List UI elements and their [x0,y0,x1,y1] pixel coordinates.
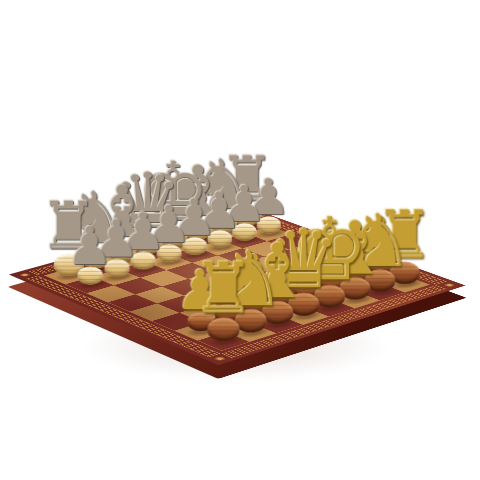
product-photo-stage: ♜♞♝♛♚♝♞♜♟♟♟♟♟♟♟♟♟♟♟♟♟♟♟♟♜♞♝♛♚♝♞♜ [0,0,480,480]
piece-billboard: ♟ [41,134,137,285]
rook-glyph: ♜ [192,257,255,322]
turned-wood-base [77,267,102,285]
turned-wood-base [208,318,240,341]
pawn-glyph: ♟ [66,223,113,271]
piece-billboard: ♜ [172,181,274,341]
